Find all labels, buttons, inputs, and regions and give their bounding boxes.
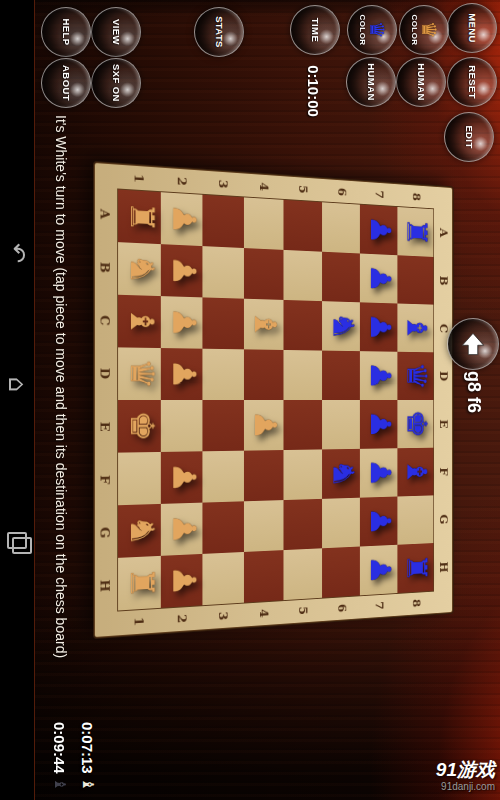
square-h8[interactable]: ♜ [397,543,433,593]
square-f6[interactable]: ♞ [322,449,360,499]
square-d6[interactable] [322,351,360,400]
piece-white-knight: ♞ [125,514,158,547]
square-d1[interactable]: ♛ [118,347,161,400]
square-f1[interactable] [118,452,161,505]
file-label-f: F [439,448,449,496]
square-f2[interactable]: ♟ [161,451,203,504]
stats-button[interactable]: STATS [194,7,244,57]
rank-label-3: 3 [202,606,243,627]
piece-white-queen: ♛ [125,358,158,390]
screenshot-stage: MENU RESET EDIT ♛ COLOR HUMAN ♛ COLOR HU… [0,0,500,800]
piece-white-pawn: ♟ [168,358,200,390]
piece-white-pawn: ♟ [168,306,200,338]
square-a7[interactable]: ♟ [360,205,397,256]
square-e3[interactable] [203,400,244,451]
square-b6[interactable] [322,252,360,303]
white-clock: 0:07:13 ♝ [79,722,96,791]
board-grid: ♜♝♛♚♝♜♟♟♟♟♟♟♟♟♞♞♝♟♟♟♟♟♟♟♟♜♞♝♛♚♞♜ [117,188,434,611]
recents-icon [7,532,27,549]
square-g8[interactable] [397,495,433,544]
rank-label-4: 4 [243,603,283,624]
black-clock-time: 0:09:44 [51,722,68,774]
human-black-button[interactable]: HUMAN [346,57,396,107]
file-label-g: G [99,506,111,560]
file-label-g: G [439,495,449,543]
rank-label-8: 8 [398,187,434,207]
file-labels-top: ABCDEFGH [439,209,449,592]
file-label-e: E [99,400,111,453]
square-d5[interactable] [283,350,322,400]
android-nav-bar: ↶ ⌂ [0,0,34,800]
square-g4[interactable] [244,500,284,552]
piece-black-pawn: ♟ [366,506,394,537]
square-b7[interactable]: ♟ [360,253,397,303]
square-e6[interactable] [322,400,360,449]
color-black-button[interactable]: ♛ COLOR [347,5,397,55]
square-h1[interactable]: ♜ [118,556,161,611]
rank-label-6: 6 [323,182,361,202]
piece-black-queen: ♛ [403,361,431,390]
piece-black-bishop: ♝ [403,313,431,343]
piece-white-pawn: ♟ [168,203,200,236]
piece-black-knight: ♞ [329,458,358,489]
white-clock-time: 0:07:13 [79,722,96,774]
file-label-e: E [439,400,449,448]
square-a3[interactable] [203,195,244,248]
square-h5[interactable] [283,548,322,600]
view-button[interactable]: VIEW [91,7,141,57]
white-queen-icon: ♛ [419,21,439,39]
about-button[interactable]: ABOUT [41,58,91,108]
square-c2[interactable]: ♟ [161,296,203,349]
sfx-toggle-button[interactable]: SXF ON [91,58,141,108]
square-e5[interactable] [283,400,322,450]
rank-label-3: 3 [202,173,243,194]
square-c1[interactable]: ♝ [118,295,161,348]
square-d7[interactable]: ♟ [360,351,397,400]
back-button[interactable]: ↶ [0,238,34,268]
color-white-label: COLOR [409,15,418,46]
chess-app-rotated-canvas: MENU RESET EDIT ♛ COLOR HUMAN ♛ COLOR HU… [0,0,500,800]
time-button[interactable]: TIME [290,5,340,55]
menu-button[interactable]: MENU [447,3,497,53]
rank-label-8: 8 [398,593,434,613]
file-labels-bottom: ABCDEFGH [99,187,111,612]
piece-black-bishop: ♝ [403,457,431,487]
square-c7[interactable]: ♟ [360,302,397,351]
file-label-a: A [99,187,111,241]
square-e7[interactable]: ♟ [360,400,397,449]
square-f4[interactable] [244,450,284,501]
piece-black-pawn: ♟ [366,458,394,488]
help-button[interactable]: HELP [41,7,91,57]
square-c5[interactable] [283,300,322,351]
square-c6[interactable]: ♞ [322,301,360,351]
piece-black-pawn: ♟ [366,361,394,391]
square-g5[interactable] [283,499,322,550]
square-f7[interactable]: ♟ [360,448,397,497]
piece-black-pawn: ♟ [366,263,394,294]
piece-black-pawn: ♟ [366,312,394,342]
undo-move-button[interactable] [447,318,499,370]
square-f8[interactable]: ♝ [397,448,433,497]
home-button[interactable]: ⌂ [0,369,34,399]
square-d3[interactable] [203,349,244,400]
square-g3[interactable] [203,501,244,554]
file-label-b: B [439,257,449,305]
piece-black-pawn: ♟ [366,409,394,439]
time-setting-value: 0:10:00 [305,56,322,126]
black-clock: 0:09:44 ♝ [51,722,68,791]
square-a2[interactable]: ♟ [161,192,203,246]
square-a4[interactable] [244,197,284,250]
square-f5[interactable] [283,449,322,500]
square-e4[interactable]: ♟ [244,400,284,451]
status-message: It's White's turn to move (tap piece to … [53,115,69,658]
rank-label-2: 2 [160,171,202,192]
square-g2[interactable]: ♟ [161,503,203,556]
rank-label-1: 1 [117,168,160,190]
last-move-label: g8 f6 [463,371,484,413]
square-g7[interactable]: ♟ [360,497,397,547]
square-b8[interactable] [397,255,433,304]
piece-white-bishop: ♝ [125,305,158,338]
square-d4[interactable] [244,349,284,400]
square-d2[interactable]: ♟ [161,348,203,400]
square-c4[interactable]: ♝ [244,299,284,350]
square-e2[interactable] [161,400,203,452]
square-b4[interactable] [244,248,284,300]
file-label-d: D [99,347,111,400]
piece-white-pawn: ♟ [168,461,200,493]
black-piece-icon: ♝ [52,778,67,791]
piece-black-knight: ♞ [329,311,358,342]
watermark: 91游戏 91danji.com [436,760,495,792]
file-label-c: C [99,294,111,347]
square-e8[interactable]: ♚ [397,400,433,448]
square-a6[interactable] [322,202,360,253]
rank-label-5: 5 [283,600,322,620]
square-h4[interactable] [244,550,284,603]
square-h3[interactable] [203,552,244,605]
chess-board: ABCDEFGH ABCDEFGH 87654321 87654321 ♜♝♛♚… [94,162,453,638]
file-label-b: B [99,240,111,294]
piece-black-pawn: ♟ [366,554,394,585]
rank-label-7: 7 [361,596,398,616]
board-frame: ABCDEFGH ABCDEFGH 87654321 87654321 ♜♝♛♚… [94,162,453,638]
piece-white-bishop: ♝ [250,309,280,340]
piece-white-pawn: ♟ [168,564,200,597]
edit-button[interactable]: EDIT [444,112,494,162]
square-h2[interactable]: ♟ [161,554,203,608]
recents-button[interactable] [0,525,34,555]
square-g1[interactable]: ♞ [118,504,161,558]
square-e1[interactable]: ♚ [118,400,161,453]
rank-label-6: 6 [323,598,361,618]
piece-black-pawn: ♟ [366,215,394,246]
watermark-title: 91游戏 [436,760,495,781]
square-c3[interactable] [203,297,244,349]
piece-white-rook: ♜ [125,566,158,600]
file-label-f: F [99,453,111,506]
rank-label-2: 2 [160,608,202,629]
square-g6[interactable] [322,498,360,549]
square-h7[interactable]: ♟ [360,545,397,596]
piece-white-knight: ♞ [125,253,158,286]
rank-label-5: 5 [283,179,322,199]
square-b5[interactable] [283,250,322,301]
rank-label-4: 4 [243,176,283,197]
black-queen-icon: ♛ [367,21,387,39]
left-arrow-icon [458,329,488,359]
square-a8[interactable]: ♜ [397,207,433,257]
white-piece-icon: ♝ [80,778,95,791]
file-label-a: A [439,209,449,257]
piece-black-king: ♚ [403,409,431,438]
piece-white-pawn: ♟ [168,255,200,288]
piece-black-rook: ♜ [403,217,431,248]
piece-black-rook: ♜ [403,553,431,584]
watermark-site: 91danji.com [436,781,495,792]
reset-button[interactable]: RESET [447,57,497,107]
file-label-h: H [99,559,111,613]
color-white-button[interactable]: ♛ COLOR [399,5,449,55]
human-white-button[interactable]: HUMAN [396,57,446,107]
square-a1[interactable]: ♜ [118,190,161,245]
piece-white-pawn: ♟ [168,513,200,546]
square-b1[interactable]: ♞ [118,242,161,296]
square-a5[interactable] [283,200,322,252]
rank-label-1: 1 [117,611,160,633]
file-label-d: D [439,352,449,400]
file-label-h: H [439,543,449,591]
color-black-label: COLOR [357,15,366,46]
square-d8[interactable]: ♛ [397,352,433,400]
rank-label-7: 7 [361,184,398,204]
square-c8[interactable]: ♝ [397,303,433,352]
piece-white-pawn: ♟ [250,410,280,441]
square-b2[interactable]: ♟ [161,244,203,297]
square-f3[interactable] [203,451,244,503]
piece-white-king: ♚ [125,410,158,442]
square-h6[interactable] [322,547,360,598]
square-b3[interactable] [203,246,244,299]
piece-white-rook: ♜ [125,200,158,234]
